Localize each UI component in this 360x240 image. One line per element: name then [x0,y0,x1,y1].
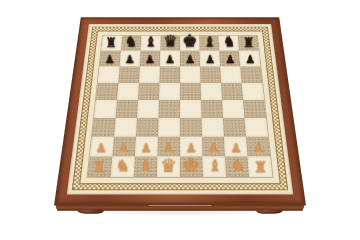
square-g8[interactable]: ♞ [219,36,239,51]
square-d5[interactable] [159,83,180,100]
piece-black-king[interactable]: ♚ [182,32,197,51]
piece-white-queen[interactable]: ♛ [160,156,177,177]
piece-black-rook[interactable]: ♜ [243,36,255,51]
square-b1[interactable]: ♞ [111,156,135,177]
square-d3[interactable] [158,118,180,137]
piece-black-knight[interactable]: ♞ [125,35,138,51]
piece-black-pawn[interactable]: ♟ [125,53,135,66]
greek-key-border: ♜♞♝♛♚♝♞♜♟♟♟♟♟♟♟♟♟♟♟♟♟♟♟♟♜♞♝♛♚♝♞♜ [72,27,288,191]
square-f6[interactable] [200,66,221,82]
square-g6[interactable] [220,66,241,82]
square-f8[interactable]: ♝ [199,36,219,51]
square-h5[interactable] [242,83,264,100]
square-g7[interactable]: ♟ [219,51,240,67]
piece-white-bishop[interactable]: ♝ [138,159,153,178]
square-g3[interactable] [223,118,246,137]
bun-foot-left [77,210,105,214]
square-c3[interactable] [136,118,158,137]
piece-black-pawn[interactable]: ♟ [185,53,195,66]
square-b3[interactable] [114,118,137,137]
piece-black-pawn[interactable]: ♟ [245,53,255,66]
piece-white-pawn[interactable]: ♟ [118,142,130,157]
piece-white-king[interactable]: ♚ [183,155,201,177]
piece-black-bishop[interactable]: ♝ [144,35,157,51]
piece-black-knight[interactable]: ♞ [223,35,236,51]
piece-black-pawn[interactable]: ♟ [225,53,235,66]
square-g2[interactable]: ♟ [224,137,248,157]
square-d7[interactable]: ♟ [160,51,180,67]
square-e5[interactable] [180,83,201,100]
square-a2[interactable]: ♟ [90,137,114,157]
piece-white-knight[interactable]: ♞ [230,159,245,178]
square-g5[interactable] [221,83,243,100]
piece-white-bishop[interactable]: ♝ [207,159,222,178]
square-a4[interactable] [94,100,117,118]
piece-black-queen[interactable]: ♛ [163,33,177,51]
square-a1[interactable]: ♜ [88,156,113,177]
piece-white-knight[interactable]: ♞ [115,159,130,178]
square-h8[interactable]: ♜ [238,36,259,51]
piece-white-rook[interactable]: ♜ [254,160,268,178]
square-h7[interactable]: ♟ [239,51,260,67]
piece-white-pawn[interactable]: ♟ [140,142,152,157]
piece-black-pawn[interactable]: ♟ [145,53,155,66]
square-b2[interactable]: ♟ [112,137,136,157]
square-a8[interactable]: ♜ [101,36,122,51]
square-a7[interactable]: ♟ [100,51,121,67]
product-photo-scene: ♜♞♝♛♚♝♞♜♟♟♟♟♟♟♟♟♟♟♟♟♟♟♟♟♜♞♝♛♚♝♞♜ [0,0,360,240]
piece-white-rook[interactable]: ♜ [92,160,106,178]
square-g1[interactable]: ♞ [225,156,249,177]
square-e4[interactable] [180,100,201,118]
piece-white-pawn[interactable]: ♟ [253,142,265,157]
square-e8[interactable]: ♚ [180,36,200,51]
chess-board: ♜♞♝♛♚♝♞♜♟♟♟♟♟♟♟♟♟♟♟♟♟♟♟♟♜♞♝♛♚♝♞♜ [54,17,306,205]
piece-black-pawn[interactable]: ♟ [105,53,115,66]
piece-white-pawn[interactable]: ♟ [208,142,220,157]
square-a6[interactable] [98,66,120,82]
square-c6[interactable] [139,66,160,82]
square-h4[interactable] [243,100,266,118]
board-front-panel [54,203,305,211]
square-b7[interactable]: ♟ [120,51,141,67]
square-e6[interactable] [180,66,201,82]
square-a3[interactable] [92,118,116,137]
square-d1[interactable]: ♛ [157,156,180,177]
square-b6[interactable] [118,66,139,82]
square-f3[interactable] [201,118,223,137]
square-b4[interactable] [116,100,138,118]
square-f2[interactable]: ♟ [202,137,225,157]
piece-black-pawn[interactable]: ♟ [205,53,215,66]
square-h1[interactable]: ♜ [248,156,273,177]
piece-white-pawn[interactable]: ♟ [96,142,108,157]
square-f7[interactable]: ♟ [200,51,221,67]
square-b8[interactable]: ♞ [121,36,141,51]
square-d8[interactable]: ♛ [160,36,180,51]
board-cream-margin: ♜♞♝♛♚♝♞♜♟♟♟♟♟♟♟♟♟♟♟♟♟♟♟♟♜♞♝♛♚♝♞♜ [67,24,294,195]
piece-black-pawn[interactable]: ♟ [165,53,175,66]
square-c1[interactable]: ♝ [134,156,158,177]
square-f1[interactable]: ♝ [203,156,227,177]
square-d6[interactable] [159,66,180,82]
square-c4[interactable] [137,100,159,118]
square-h3[interactable] [244,118,268,137]
square-e7[interactable]: ♟ [180,51,200,67]
piece-black-rook[interactable]: ♜ [105,36,117,51]
square-d4[interactable] [159,100,180,118]
square-c7[interactable]: ♟ [140,51,161,67]
square-g4[interactable] [222,100,244,118]
square-b5[interactable] [117,83,139,100]
square-f4[interactable] [201,100,223,118]
square-e3[interactable] [180,118,202,137]
brass-clasp [148,204,211,205]
square-c2[interactable]: ♟ [135,137,158,157]
board-grid: ♜♞♝♛♚♝♞♜♟♟♟♟♟♟♟♟♟♟♟♟♟♟♟♟♜♞♝♛♚♝♞♜ [86,35,273,178]
piece-white-pawn[interactable]: ♟ [230,142,242,157]
square-a5[interactable] [96,83,118,100]
square-c8[interactable]: ♝ [141,36,161,51]
square-f5[interactable] [201,83,222,100]
inner-margin: ♜♞♝♛♚♝♞♜♟♟♟♟♟♟♟♟♟♟♟♟♟♟♟♟♜♞♝♛♚♝♞♜ [79,31,281,184]
square-h6[interactable] [240,66,262,82]
piece-black-bishop[interactable]: ♝ [203,35,216,51]
square-c5[interactable] [138,83,159,100]
square-e1[interactable]: ♚ [180,156,203,177]
square-h2[interactable]: ♟ [246,137,270,157]
